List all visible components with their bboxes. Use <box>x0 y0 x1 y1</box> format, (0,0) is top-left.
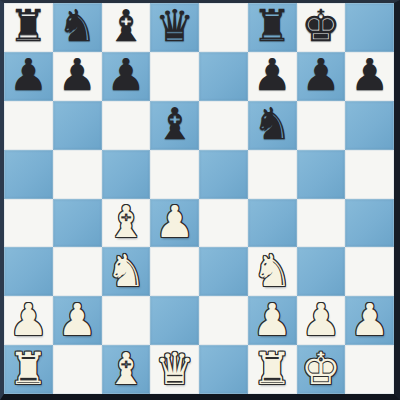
square-e1[interactable] <box>199 345 248 394</box>
square-g4[interactable] <box>297 199 346 248</box>
white-rook-icon: ♜ <box>252 347 291 391</box>
square-c1[interactable]: ♝ <box>102 345 151 394</box>
square-a7[interactable]: ♟ <box>4 52 53 101</box>
white-pawn-icon: ♟ <box>252 298 291 342</box>
square-e2[interactable] <box>199 296 248 345</box>
black-knight-icon: ♞ <box>57 4 96 48</box>
square-b7[interactable]: ♟ <box>53 52 102 101</box>
black-bishop-icon: ♝ <box>155 102 194 146</box>
black-pawn-icon: ♟ <box>106 53 145 97</box>
square-a5[interactable] <box>4 150 53 199</box>
square-g1[interactable]: ♚ <box>297 345 346 394</box>
white-knight-icon: ♞ <box>252 249 291 293</box>
square-a1[interactable]: ♜ <box>4 345 53 394</box>
square-d6[interactable]: ♝ <box>150 101 199 150</box>
square-d8[interactable]: ♛ <box>150 3 199 52</box>
square-d5[interactable] <box>150 150 199 199</box>
chess-board: ♜♞♝♛♜♚♟♟♟♟♟♟♝♞♝♟♞♞♟♟♟♟♟♜♝♛♜♚ <box>4 3 394 394</box>
black-pawn-icon: ♟ <box>350 53 389 97</box>
white-pawn-icon: ♟ <box>301 298 340 342</box>
black-pawn-icon: ♟ <box>252 53 291 97</box>
white-pawn-icon: ♟ <box>155 200 194 244</box>
square-h4[interactable] <box>345 199 394 248</box>
square-g8[interactable]: ♚ <box>297 3 346 52</box>
square-a4[interactable] <box>4 199 53 248</box>
white-king-icon: ♚ <box>301 347 340 391</box>
black-pawn-icon: ♟ <box>9 53 48 97</box>
square-e7[interactable] <box>199 52 248 101</box>
square-g5[interactable] <box>297 150 346 199</box>
square-d1[interactable]: ♛ <box>150 345 199 394</box>
square-g6[interactable] <box>297 101 346 150</box>
square-c3[interactable]: ♞ <box>102 247 151 296</box>
white-knight-icon: ♞ <box>106 249 145 293</box>
square-c2[interactable] <box>102 296 151 345</box>
square-f2[interactable]: ♟ <box>248 296 297 345</box>
square-a8[interactable]: ♜ <box>4 3 53 52</box>
square-e4[interactable] <box>199 199 248 248</box>
square-h8[interactable] <box>345 3 394 52</box>
square-f4[interactable] <box>248 199 297 248</box>
square-b5[interactable] <box>53 150 102 199</box>
square-c5[interactable] <box>102 150 151 199</box>
white-rook-icon: ♜ <box>9 347 48 391</box>
white-bishop-icon: ♝ <box>106 347 145 391</box>
square-h2[interactable]: ♟ <box>345 296 394 345</box>
square-a6[interactable] <box>4 101 53 150</box>
black-pawn-icon: ♟ <box>57 53 96 97</box>
black-queen-icon: ♛ <box>155 4 194 48</box>
black-pawn-icon: ♟ <box>301 53 340 97</box>
square-d7[interactable] <box>150 52 199 101</box>
square-c8[interactable]: ♝ <box>102 3 151 52</box>
black-knight-icon: ♞ <box>252 102 291 146</box>
board-frame: ♜♞♝♛♜♚♟♟♟♟♟♟♝♞♝♟♞♞♟♟♟♟♟♜♝♛♜♚ <box>0 0 400 400</box>
black-rook-icon: ♜ <box>252 4 291 48</box>
white-queen-icon: ♛ <box>155 347 194 391</box>
square-g3[interactable] <box>297 247 346 296</box>
square-b2[interactable]: ♟ <box>53 296 102 345</box>
square-f1[interactable]: ♜ <box>248 345 297 394</box>
white-pawn-icon: ♟ <box>57 298 96 342</box>
square-g7[interactable]: ♟ <box>297 52 346 101</box>
square-d2[interactable] <box>150 296 199 345</box>
square-f6[interactable]: ♞ <box>248 101 297 150</box>
square-f8[interactable]: ♜ <box>248 3 297 52</box>
black-bishop-icon: ♝ <box>106 4 145 48</box>
square-a2[interactable]: ♟ <box>4 296 53 345</box>
square-c4[interactable]: ♝ <box>102 199 151 248</box>
white-bishop-icon: ♝ <box>106 200 145 244</box>
square-b6[interactable] <box>53 101 102 150</box>
square-h3[interactable] <box>345 247 394 296</box>
white-pawn-icon: ♟ <box>9 298 48 342</box>
square-f5[interactable] <box>248 150 297 199</box>
square-e3[interactable] <box>199 247 248 296</box>
square-e6[interactable] <box>199 101 248 150</box>
square-d3[interactable] <box>150 247 199 296</box>
square-h6[interactable] <box>345 101 394 150</box>
square-f3[interactable]: ♞ <box>248 247 297 296</box>
square-h7[interactable]: ♟ <box>345 52 394 101</box>
square-b3[interactable] <box>53 247 102 296</box>
square-h1[interactable] <box>345 345 394 394</box>
white-pawn-icon: ♟ <box>350 298 389 342</box>
square-b4[interactable] <box>53 199 102 248</box>
square-b8[interactable]: ♞ <box>53 3 102 52</box>
square-e8[interactable] <box>199 3 248 52</box>
square-e5[interactable] <box>199 150 248 199</box>
square-c6[interactable] <box>102 101 151 150</box>
square-a3[interactable] <box>4 247 53 296</box>
square-h5[interactable] <box>345 150 394 199</box>
square-f7[interactable]: ♟ <box>248 52 297 101</box>
black-king-icon: ♚ <box>301 4 340 48</box>
square-d4[interactable]: ♟ <box>150 199 199 248</box>
square-g2[interactable]: ♟ <box>297 296 346 345</box>
square-c7[interactable]: ♟ <box>102 52 151 101</box>
square-b1[interactable] <box>53 345 102 394</box>
black-rook-icon: ♜ <box>9 4 48 48</box>
